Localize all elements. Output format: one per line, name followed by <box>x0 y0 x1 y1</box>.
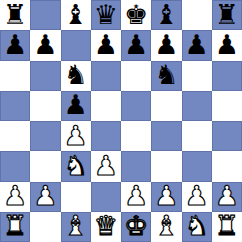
square-h3[interactable] <box>212 151 242 181</box>
white-pawn[interactable]: ♟ <box>185 182 209 209</box>
black-pawn[interactable]: ♟ <box>33 31 57 58</box>
chess-board: ♜♝♛♚♝♜♟♟♟♟♟♟♟♞♞♟♟♞♟♟♟♟♟♟♟♜♝♛♚♝♞♜ <box>0 0 242 242</box>
square-b2[interactable]: ♟ <box>30 182 60 212</box>
white-bishop[interactable]: ♝ <box>154 212 178 239</box>
square-b8[interactable] <box>30 0 60 30</box>
square-f8[interactable]: ♝ <box>151 0 181 30</box>
white-pawn[interactable]: ♟ <box>124 182 148 209</box>
square-f7[interactable]: ♟ <box>151 30 181 60</box>
square-a4[interactable] <box>0 121 30 151</box>
square-e7[interactable]: ♟ <box>121 30 151 60</box>
square-h5[interactable] <box>212 91 242 121</box>
square-g1[interactable]: ♞ <box>182 212 212 242</box>
square-e3[interactable] <box>121 151 151 181</box>
square-b6[interactable] <box>30 61 60 91</box>
square-f2[interactable]: ♟ <box>151 182 181 212</box>
square-e5[interactable] <box>121 91 151 121</box>
square-a3[interactable] <box>0 151 30 181</box>
square-c1[interactable]: ♝ <box>61 212 91 242</box>
square-c6[interactable]: ♞ <box>61 61 91 91</box>
square-d2[interactable] <box>91 182 121 212</box>
white-rook[interactable]: ♜ <box>215 212 239 239</box>
white-queen[interactable]: ♛ <box>94 212 118 239</box>
black-bishop[interactable]: ♝ <box>154 1 178 28</box>
square-c7[interactable] <box>61 30 91 60</box>
black-queen[interactable]: ♛ <box>94 1 118 28</box>
square-g6[interactable] <box>182 61 212 91</box>
square-h2[interactable]: ♟ <box>212 182 242 212</box>
square-f6[interactable]: ♞ <box>151 61 181 91</box>
square-a6[interactable] <box>0 61 30 91</box>
square-f3[interactable] <box>151 151 181 181</box>
square-g5[interactable] <box>182 91 212 121</box>
black-knight[interactable]: ♞ <box>64 61 88 88</box>
square-h8[interactable]: ♜ <box>212 0 242 30</box>
black-bishop[interactable]: ♝ <box>64 1 88 28</box>
black-pawn[interactable]: ♟ <box>215 31 239 58</box>
square-b3[interactable] <box>30 151 60 181</box>
square-a8[interactable]: ♜ <box>0 0 30 30</box>
square-e8[interactable]: ♚ <box>121 0 151 30</box>
white-pawn[interactable]: ♟ <box>64 122 88 149</box>
square-e6[interactable] <box>121 61 151 91</box>
black-knight[interactable]: ♞ <box>154 61 178 88</box>
square-f4[interactable] <box>151 121 181 151</box>
black-pawn[interactable]: ♟ <box>64 91 88 118</box>
square-a1[interactable]: ♜ <box>0 212 30 242</box>
square-d7[interactable]: ♟ <box>91 30 121 60</box>
square-h7[interactable]: ♟ <box>212 30 242 60</box>
square-g4[interactable] <box>182 121 212 151</box>
white-king[interactable]: ♚ <box>124 212 148 239</box>
square-e1[interactable]: ♚ <box>121 212 151 242</box>
square-b4[interactable] <box>30 121 60 151</box>
square-a5[interactable] <box>0 91 30 121</box>
square-b5[interactable] <box>30 91 60 121</box>
white-pawn[interactable]: ♟ <box>3 182 27 209</box>
white-knight[interactable]: ♞ <box>64 152 88 179</box>
black-pawn[interactable]: ♟ <box>154 31 178 58</box>
white-pawn[interactable]: ♟ <box>94 152 118 179</box>
square-c5[interactable]: ♟ <box>61 91 91 121</box>
square-d6[interactable] <box>91 61 121 91</box>
black-pawn[interactable]: ♟ <box>124 31 148 58</box>
square-e2[interactable]: ♟ <box>121 182 151 212</box>
white-rook[interactable]: ♜ <box>3 212 27 239</box>
square-a2[interactable]: ♟ <box>0 182 30 212</box>
square-f5[interactable] <box>151 91 181 121</box>
square-c4[interactable]: ♟ <box>61 121 91 151</box>
square-h1[interactable]: ♜ <box>212 212 242 242</box>
square-h6[interactable] <box>212 61 242 91</box>
square-b1[interactable] <box>30 212 60 242</box>
square-h4[interactable] <box>212 121 242 151</box>
black-pawn[interactable]: ♟ <box>94 31 118 58</box>
square-c3[interactable]: ♞ <box>61 151 91 181</box>
black-king[interactable]: ♚ <box>124 1 148 28</box>
square-f1[interactable]: ♝ <box>151 212 181 242</box>
square-g7[interactable]: ♟ <box>182 30 212 60</box>
square-d1[interactable]: ♛ <box>91 212 121 242</box>
black-pawn[interactable]: ♟ <box>185 31 209 58</box>
white-bishop[interactable]: ♝ <box>64 212 88 239</box>
white-pawn[interactable]: ♟ <box>215 182 239 209</box>
square-a7[interactable]: ♟ <box>0 30 30 60</box>
black-rook[interactable]: ♜ <box>3 1 27 28</box>
square-d8[interactable]: ♛ <box>91 0 121 30</box>
white-pawn[interactable]: ♟ <box>33 182 57 209</box>
square-g3[interactable] <box>182 151 212 181</box>
square-g8[interactable] <box>182 0 212 30</box>
square-d3[interactable]: ♟ <box>91 151 121 181</box>
black-rook[interactable]: ♜ <box>215 1 239 28</box>
square-c2[interactable] <box>61 182 91 212</box>
square-g2[interactable]: ♟ <box>182 182 212 212</box>
square-e4[interactable] <box>121 121 151 151</box>
square-b7[interactable]: ♟ <box>30 30 60 60</box>
white-knight[interactable]: ♞ <box>185 212 209 239</box>
black-pawn[interactable]: ♟ <box>3 31 27 58</box>
white-pawn[interactable]: ♟ <box>154 182 178 209</box>
square-c8[interactable]: ♝ <box>61 0 91 30</box>
square-d4[interactable] <box>91 121 121 151</box>
square-d5[interactable] <box>91 91 121 121</box>
